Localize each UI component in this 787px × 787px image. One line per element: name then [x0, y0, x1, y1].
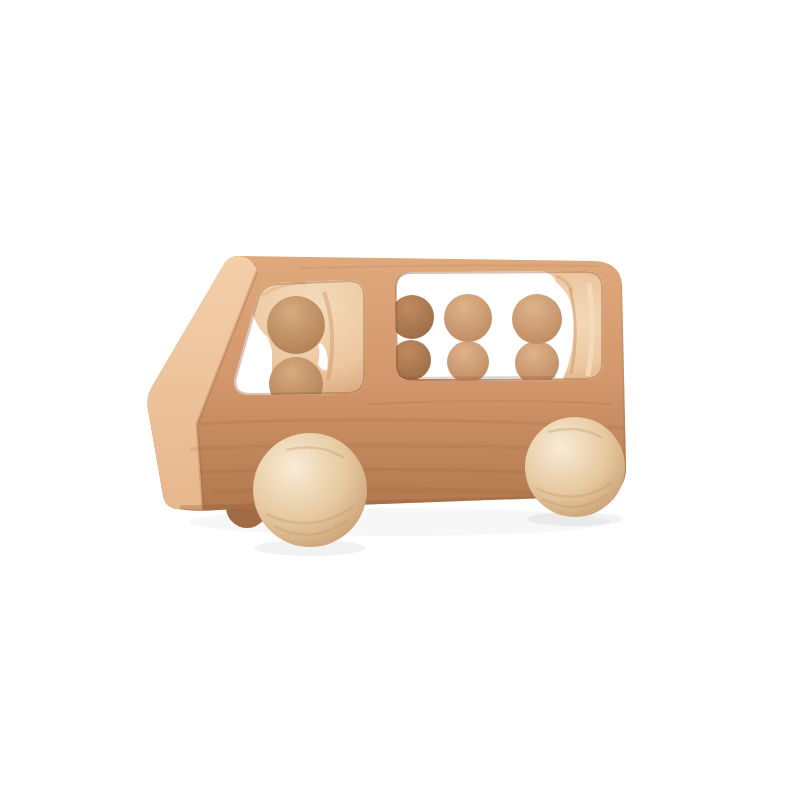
peg-doll-front-head — [267, 296, 325, 354]
peg-doll-rear-3-head — [512, 294, 562, 344]
toy-bus-photo — [0, 0, 787, 787]
photo-stage — [0, 0, 787, 787]
rear-wheel — [525, 417, 625, 517]
rear-window-sill-line — [398, 377, 556, 378]
rear-window-group — [390, 268, 607, 385]
peg-doll-rear-2-head — [444, 294, 492, 342]
front-wheel — [253, 433, 367, 547]
